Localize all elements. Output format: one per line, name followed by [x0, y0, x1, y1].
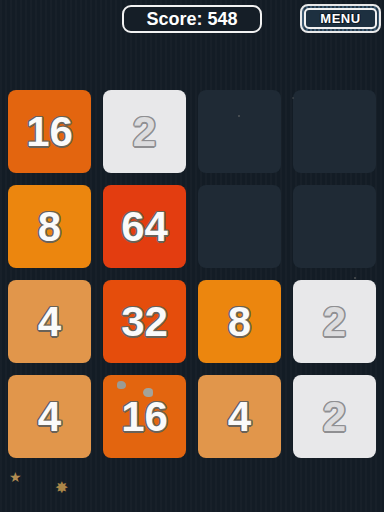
debris-particle: [117, 381, 126, 389]
menu-button-label: MENU: [304, 8, 377, 29]
score-label: Score: 548: [146, 9, 237, 30]
menu-button[interactable]: MENU: [300, 4, 381, 33]
tile-2: 2: [103, 90, 186, 173]
score-display: Score: 548: [122, 5, 262, 33]
empty-cell: [293, 185, 376, 268]
tile-16: 16: [8, 90, 91, 173]
tile-8: 8: [198, 280, 281, 363]
star-speck: [292, 97, 294, 99]
board-grid[interactable]: 1628644328241642: [8, 90, 376, 458]
tile-4: 4: [198, 375, 281, 458]
empty-cell: [198, 185, 281, 268]
tile-4: 4: [8, 280, 91, 363]
tile-4: 4: [8, 375, 91, 458]
empty-cell: [198, 90, 281, 173]
star-speck: [354, 277, 356, 279]
empty-cell: [293, 90, 376, 173]
tile-16: 16: [103, 375, 186, 458]
star-five-icon: ★: [9, 469, 22, 485]
game-screen: Score: 548 MENU 1628644328241642 ★ ✸: [0, 0, 384, 512]
tile-8: 8: [8, 185, 91, 268]
debris-particle: [143, 388, 153, 397]
tile-64: 64: [103, 185, 186, 268]
tile-2: 2: [293, 280, 376, 363]
tile-2: 2: [293, 375, 376, 458]
star-burst-icon: ✸: [55, 478, 68, 497]
star-speck: [238, 115, 240, 117]
tile-32: 32: [103, 280, 186, 363]
